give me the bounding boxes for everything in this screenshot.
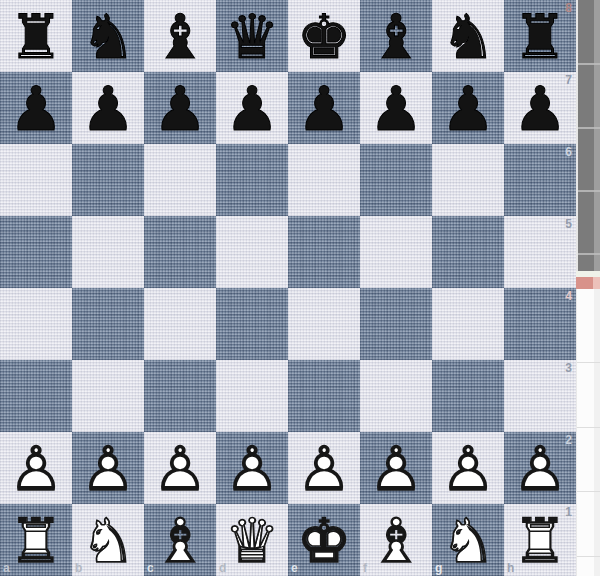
piece-glyph-fill: ♚ [288, 0, 360, 72]
piece-white-knight[interactable]: ♞♘ [432, 504, 504, 576]
square-d6[interactable] [216, 144, 288, 216]
piece-glyph-fill: ♟ [72, 72, 144, 144]
file-label-g: g [435, 562, 442, 574]
square-e8[interactable]: ♚ [288, 0, 360, 72]
piece-glyph-outline: ♙ [360, 432, 432, 504]
rank-label-7: 7 [565, 74, 572, 86]
side-panel [576, 0, 600, 576]
side-panel-row-divider [578, 127, 600, 129]
square-h7[interactable]: ♟7 [504, 72, 576, 144]
piece-glyph-fill: ♟ [432, 72, 504, 144]
piece-black-queen[interactable]: ♛ [216, 0, 288, 72]
square-f1[interactable]: ♝♗f [360, 504, 432, 576]
piece-glyph-outline: ♙ [216, 432, 288, 504]
piece-glyph-outline: ♙ [144, 432, 216, 504]
square-e7[interactable]: ♟ [288, 72, 360, 144]
chess-board: ♜♞♝♛♚♝♞♜8♟♟♟♟♟♟♟♟76543♟♙♟♙♟♙♟♙♟♙♟♙♟♙♟♙2♜… [0, 0, 576, 576]
square-a2[interactable]: ♟♙ [0, 432, 72, 504]
square-h3[interactable]: 3 [504, 360, 576, 432]
piece-black-pawn[interactable]: ♟ [0, 72, 72, 144]
side-panel-row-divider [577, 556, 600, 557]
square-c7[interactable]: ♟ [144, 72, 216, 144]
square-d8[interactable]: ♛ [216, 0, 288, 72]
piece-white-pawn[interactable]: ♟♙ [216, 432, 288, 504]
square-c2[interactable]: ♟♙ [144, 432, 216, 504]
square-g2[interactable]: ♟♙ [432, 432, 504, 504]
square-b7[interactable]: ♟ [72, 72, 144, 144]
piece-black-pawn[interactable]: ♟ [144, 72, 216, 144]
file-label-e: e [291, 562, 298, 574]
square-a5[interactable] [0, 216, 72, 288]
side-panel-bottom-section [576, 289, 600, 576]
square-b2[interactable]: ♟♙ [72, 432, 144, 504]
square-f3[interactable] [360, 360, 432, 432]
piece-glyph-fill: ♞ [72, 0, 144, 72]
square-f8[interactable]: ♝ [360, 0, 432, 72]
square-h5[interactable]: 5 [504, 216, 576, 288]
side-panel-row-divider [578, 190, 600, 192]
square-b4[interactable] [72, 288, 144, 360]
square-a4[interactable] [0, 288, 72, 360]
square-f6[interactable] [360, 144, 432, 216]
square-c8[interactable]: ♝ [144, 0, 216, 72]
piece-white-pawn[interactable]: ♟♙ [432, 432, 504, 504]
square-a6[interactable] [0, 144, 72, 216]
square-c4[interactable] [144, 288, 216, 360]
piece-glyph-fill: ♝ [144, 0, 216, 72]
square-g4[interactable] [432, 288, 504, 360]
square-c3[interactable] [144, 360, 216, 432]
square-d4[interactable] [216, 288, 288, 360]
square-b1[interactable]: ♞♘b [72, 504, 144, 576]
side-panel-row-divider [578, 253, 600, 255]
piece-black-pawn[interactable]: ♟ [432, 72, 504, 144]
square-h1[interactable]: ♜♖1h [504, 504, 576, 576]
rank-label-5: 5 [565, 218, 572, 230]
piece-white-pawn[interactable]: ♟♙ [360, 432, 432, 504]
piece-black-pawn[interactable]: ♟ [288, 72, 360, 144]
piece-black-pawn[interactable]: ♟ [216, 72, 288, 144]
piece-white-bishop[interactable]: ♝♗ [360, 504, 432, 576]
piece-glyph-outline: ♗ [360, 504, 432, 576]
square-a1[interactable]: ♜♖a [0, 504, 72, 576]
side-panel-highlight-row [576, 277, 600, 289]
square-c5[interactable] [144, 216, 216, 288]
chess-app: ♜♞♝♛♚♝♞♜8♟♟♟♟♟♟♟♟76543♟♙♟♙♟♙♟♙♟♙♟♙♟♙♟♙2♜… [0, 0, 600, 576]
piece-glyph-outline: ♗ [144, 504, 216, 576]
square-b8[interactable]: ♞ [72, 0, 144, 72]
square-b3[interactable] [72, 360, 144, 432]
square-f4[interactable] [360, 288, 432, 360]
piece-black-pawn[interactable]: ♟ [360, 72, 432, 144]
square-a3[interactable] [0, 360, 72, 432]
piece-glyph-fill: ♛ [216, 0, 288, 72]
square-f2[interactable]: ♟♙ [360, 432, 432, 504]
square-g3[interactable] [432, 360, 504, 432]
square-g5[interactable] [432, 216, 504, 288]
square-e6[interactable] [288, 144, 360, 216]
rank-label-4: 4 [565, 290, 572, 302]
square-e4[interactable] [288, 288, 360, 360]
square-h8[interactable]: ♜8 [504, 0, 576, 72]
piece-black-knight[interactable]: ♞ [72, 0, 144, 72]
square-e1[interactable]: ♚♔e [288, 504, 360, 576]
square-e3[interactable] [288, 360, 360, 432]
square-h4[interactable]: 4 [504, 288, 576, 360]
piece-glyph-outline: ♕ [216, 504, 288, 576]
piece-white-pawn[interactable]: ♟♙ [0, 432, 72, 504]
piece-glyph-fill: ♟ [360, 72, 432, 144]
file-label-h: h [507, 562, 514, 574]
square-c6[interactable] [144, 144, 216, 216]
square-e2[interactable]: ♟♙ [288, 432, 360, 504]
square-f7[interactable]: ♟ [360, 72, 432, 144]
piece-white-pawn[interactable]: ♟♙ [288, 432, 360, 504]
piece-white-knight[interactable]: ♞♘ [72, 504, 144, 576]
piece-black-knight[interactable]: ♞ [432, 0, 504, 72]
piece-black-king[interactable]: ♚ [288, 0, 360, 72]
piece-black-pawn[interactable]: ♟ [72, 72, 144, 144]
rank-label-6: 6 [565, 146, 572, 158]
piece-glyph-outline: ♙ [432, 432, 504, 504]
piece-black-bishop[interactable]: ♝ [360, 0, 432, 72]
square-a8[interactable]: ♜ [0, 0, 72, 72]
piece-white-king[interactable]: ♚♔ [288, 504, 360, 576]
piece-glyph-outline: ♙ [72, 432, 144, 504]
square-d3[interactable] [216, 360, 288, 432]
piece-glyph-fill: ♟ [0, 72, 72, 144]
file-label-a: a [3, 562, 10, 574]
piece-glyph-outline: ♖ [0, 504, 72, 576]
piece-white-pawn[interactable]: ♟♙ [144, 432, 216, 504]
rank-label-1: 1 [565, 506, 572, 518]
piece-white-queen[interactable]: ♛♕ [216, 504, 288, 576]
square-g6[interactable] [432, 144, 504, 216]
square-g1[interactable]: ♞♘g [432, 504, 504, 576]
piece-glyph-fill: ♝ [360, 0, 432, 72]
piece-glyph-outline: ♙ [0, 432, 72, 504]
side-panel-row-divider [577, 491, 600, 492]
piece-glyph-fill: ♟ [288, 72, 360, 144]
square-g7[interactable]: ♟ [432, 72, 504, 144]
square-a7[interactable]: ♟ [0, 72, 72, 144]
side-panel-top-section [576, 0, 600, 271]
piece-white-pawn[interactable]: ♟♙ [72, 432, 144, 504]
file-label-b: b [75, 562, 82, 574]
piece-black-rook[interactable]: ♜ [0, 0, 72, 72]
square-g8[interactable]: ♞ [432, 0, 504, 72]
piece-glyph-outline: ♙ [288, 432, 360, 504]
square-d2[interactable]: ♟♙ [216, 432, 288, 504]
square-e5[interactable] [288, 216, 360, 288]
square-c1[interactable]: ♝♗c [144, 504, 216, 576]
rank-label-3: 3 [565, 362, 572, 374]
piece-glyph-outline: ♔ [288, 504, 360, 576]
piece-glyph-fill: ♟ [144, 72, 216, 144]
file-label-c: c [147, 562, 154, 574]
piece-glyph-fill: ♞ [432, 0, 504, 72]
square-d7[interactable]: ♟ [216, 72, 288, 144]
piece-white-rook[interactable]: ♜♖ [0, 504, 72, 576]
piece-white-bishop[interactable]: ♝♗ [144, 504, 216, 576]
square-b6[interactable] [72, 144, 144, 216]
square-h2[interactable]: ♟♙2 [504, 432, 576, 504]
piece-glyph-outline: ♘ [72, 504, 144, 576]
side-panel-row-divider [577, 362, 600, 363]
side-panel-row-divider [577, 427, 600, 428]
side-panel-row-divider [578, 63, 600, 65]
square-d1[interactable]: ♛♕d [216, 504, 288, 576]
piece-glyph-outline: ♘ [432, 504, 504, 576]
rank-label-2: 2 [565, 434, 572, 446]
file-label-d: d [219, 562, 226, 574]
rank-label-8: 8 [565, 2, 572, 14]
piece-black-bishop[interactable]: ♝ [144, 0, 216, 72]
square-d5[interactable] [216, 216, 288, 288]
square-b5[interactable] [72, 216, 144, 288]
file-label-f: f [363, 562, 367, 574]
piece-glyph-fill: ♟ [216, 72, 288, 144]
piece-glyph-fill: ♜ [0, 0, 72, 72]
square-f5[interactable] [360, 216, 432, 288]
square-h6[interactable]: 6 [504, 144, 576, 216]
